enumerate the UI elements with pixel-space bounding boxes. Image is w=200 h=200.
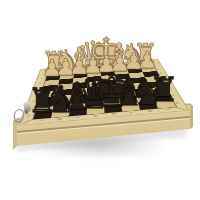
chess-set-photo: ABCDEFGH 12345678 12345678 ♜♞♝♛♚♝♞♜♟♟♟♟♟… [0,0,200,200]
piece-black-rook: ♜ [148,74,178,108]
clasp [13,101,33,125]
piece-white-pawn: ♟ [137,49,158,72]
clasp-hook-icon [13,108,25,123]
pieces-layer: ♜♞♝♛♚♝♞♜♟♟♟♟♟♟♟♟♟♟♟♟♟♟♟♟♜♞♝♛♚♝♞♜ [0,0,200,200]
clasp-pin-icon [25,110,28,114]
